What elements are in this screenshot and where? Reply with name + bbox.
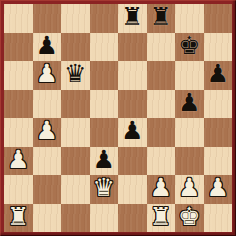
square-a3[interactable]: ♟	[4, 147, 33, 176]
square-d4[interactable]	[90, 118, 119, 147]
piece-black-pawn-e4[interactable]: ♟	[121, 118, 143, 145]
square-b6[interactable]: ♟	[33, 61, 62, 90]
square-c6[interactable]: ♛	[61, 61, 90, 90]
piece-black-pawn-h6[interactable]: ♟	[207, 61, 229, 88]
square-c7[interactable]	[61, 33, 90, 62]
square-g1[interactable]: ♚	[175, 204, 204, 233]
piece-black-pawn-b7[interactable]: ♟	[36, 33, 58, 60]
piece-black-pawn-d3[interactable]: ♟	[93, 147, 115, 174]
square-e6[interactable]	[118, 61, 147, 90]
piece-white-pawn-f2[interactable]: ♟	[150, 175, 172, 202]
square-a5[interactable]	[4, 90, 33, 119]
square-h8[interactable]	[204, 4, 233, 33]
piece-black-rook-e8[interactable]: ♜	[121, 4, 143, 31]
square-b4[interactable]: ♟	[33, 118, 62, 147]
square-f4[interactable]	[147, 118, 176, 147]
square-h7[interactable]	[204, 33, 233, 62]
chess-board[interactable]: ♜♜♟♚♟♛♟♟♟♟♟♟♛♟♟♟♜♜♚	[4, 4, 232, 232]
square-c2[interactable]	[61, 175, 90, 204]
piece-white-king-g1[interactable]: ♚	[178, 204, 200, 231]
square-c3[interactable]	[61, 147, 90, 176]
piece-white-pawn-a3[interactable]: ♟	[7, 147, 29, 174]
square-a2[interactable]	[4, 175, 33, 204]
piece-white-pawn-b4[interactable]: ♟	[36, 118, 58, 145]
square-e3[interactable]	[118, 147, 147, 176]
square-g8[interactable]	[175, 4, 204, 33]
piece-black-rook-f8[interactable]: ♜	[150, 4, 172, 31]
square-f6[interactable]	[147, 61, 176, 90]
square-a7[interactable]	[4, 33, 33, 62]
square-h5[interactable]	[204, 90, 233, 119]
square-b5[interactable]	[33, 90, 62, 119]
square-g5[interactable]: ♟	[175, 90, 204, 119]
square-g7[interactable]: ♚	[175, 33, 204, 62]
square-d5[interactable]	[90, 90, 119, 119]
square-f8[interactable]: ♜	[147, 4, 176, 33]
square-b1[interactable]	[33, 204, 62, 233]
square-c4[interactable]	[61, 118, 90, 147]
square-b7[interactable]: ♟	[33, 33, 62, 62]
square-e4[interactable]: ♟	[118, 118, 147, 147]
square-d8[interactable]	[90, 4, 119, 33]
square-a1[interactable]: ♜	[4, 204, 33, 233]
piece-white-queen-d2[interactable]: ♛	[93, 175, 115, 202]
square-e8[interactable]: ♜	[118, 4, 147, 33]
square-d1[interactable]	[90, 204, 119, 233]
piece-white-pawn-g2[interactable]: ♟	[178, 175, 200, 202]
piece-white-pawn-h2[interactable]: ♟	[207, 175, 229, 202]
square-b8[interactable]	[33, 4, 62, 33]
piece-black-king-g7[interactable]: ♚	[178, 33, 200, 60]
piece-white-pawn-b6[interactable]: ♟	[36, 61, 58, 88]
square-c8[interactable]	[61, 4, 90, 33]
square-e5[interactable]	[118, 90, 147, 119]
square-g6[interactable]	[175, 61, 204, 90]
square-d7[interactable]	[90, 33, 119, 62]
square-h3[interactable]	[204, 147, 233, 176]
square-g2[interactable]: ♟	[175, 175, 204, 204]
square-f1[interactable]: ♜	[147, 204, 176, 233]
square-b2[interactable]	[33, 175, 62, 204]
square-c5[interactable]	[61, 90, 90, 119]
piece-black-pawn-g5[interactable]: ♟	[178, 90, 200, 117]
square-c1[interactable]	[61, 204, 90, 233]
square-d3[interactable]: ♟	[90, 147, 119, 176]
square-a6[interactable]	[4, 61, 33, 90]
piece-black-queen-c6[interactable]: ♛	[64, 61, 86, 88]
square-f3[interactable]	[147, 147, 176, 176]
piece-white-rook-a1[interactable]: ♜	[7, 204, 29, 231]
square-g4[interactable]	[175, 118, 204, 147]
square-h4[interactable]	[204, 118, 233, 147]
square-h6[interactable]: ♟	[204, 61, 233, 90]
square-e2[interactable]	[118, 175, 147, 204]
square-f2[interactable]: ♟	[147, 175, 176, 204]
square-f5[interactable]	[147, 90, 176, 119]
square-e1[interactable]	[118, 204, 147, 233]
square-b3[interactable]	[33, 147, 62, 176]
square-f7[interactable]	[147, 33, 176, 62]
square-a8[interactable]	[4, 4, 33, 33]
square-d2[interactable]: ♛	[90, 175, 119, 204]
piece-white-rook-f1[interactable]: ♜	[150, 204, 172, 231]
square-g3[interactable]	[175, 147, 204, 176]
square-d6[interactable]	[90, 61, 119, 90]
square-h1[interactable]	[204, 204, 233, 233]
square-e7[interactable]	[118, 33, 147, 62]
chess-board-frame: ♜♜♟♚♟♛♟♟♟♟♟♟♛♟♟♟♜♜♚	[0, 0, 236, 236]
square-a4[interactable]	[4, 118, 33, 147]
square-h2[interactable]: ♟	[204, 175, 233, 204]
